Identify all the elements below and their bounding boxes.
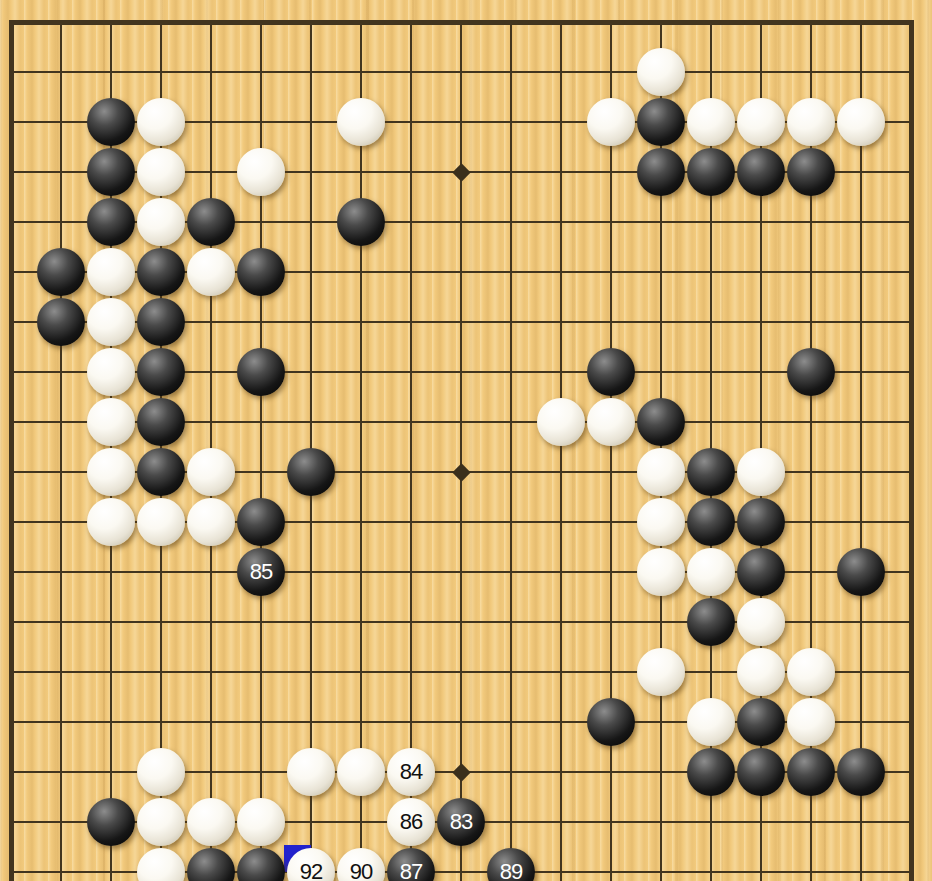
stone-black [137,298,185,346]
move-number-label: 89 [500,861,522,881]
stone-black [87,98,135,146]
stone-black [137,448,185,496]
stone-black [737,548,785,596]
stone-white [137,148,185,196]
stone-black [687,148,735,196]
stone-black [137,348,185,396]
stone-black: 85 [237,548,285,596]
stone-black [137,248,185,296]
stone-white [187,248,235,296]
stone-black [737,148,785,196]
stone-white [637,648,685,696]
stone-white: 84 [387,748,435,796]
stone-white [187,498,235,546]
move-number-label: 92 [300,861,322,881]
stone-white [737,98,785,146]
stone-white [87,348,135,396]
stone-black [87,148,135,196]
stone-black [37,298,85,346]
stone-black [637,98,685,146]
stone-black [787,348,835,396]
stone-white: 90 [337,848,385,881]
stone-black [237,848,285,881]
stone-white [687,98,735,146]
stone-black [587,698,635,746]
stone-black [687,598,735,646]
stone-black [37,248,85,296]
stone-black [137,398,185,446]
stone-white [737,648,785,696]
stone-white [537,398,585,446]
grid-line-vertical [460,20,463,881]
go-board[interactable]: 8584868392908789 [0,0,932,881]
stone-white [137,748,185,796]
grid-line-vertical [610,20,613,881]
stone-white [737,448,785,496]
stone-white [637,48,685,96]
stone-white [187,798,235,846]
stone-white [87,298,135,346]
stone-black [837,548,885,596]
star-point [452,163,470,181]
grid-line-vertical [909,20,914,881]
star-point [452,463,470,481]
stone-white [237,798,285,846]
stone-black [687,748,735,796]
stone-black [237,248,285,296]
grid-line-vertical [560,20,563,881]
stone-black [87,798,135,846]
stone-black [637,148,685,196]
stone-white [137,198,185,246]
stone-white [687,548,735,596]
stone-white [337,748,385,796]
stone-black [787,148,835,196]
stone-white [87,448,135,496]
stone-white [137,798,185,846]
grid-line-vertical [60,20,63,881]
stone-white [87,498,135,546]
stone-white [87,248,135,296]
stone-white [587,398,635,446]
stone-white: 86 [387,798,435,846]
move-number-label: 85 [250,561,272,583]
stone-white [137,498,185,546]
stone-black [787,748,835,796]
stone-white [637,548,685,596]
stone-black [737,498,785,546]
stone-white [137,848,185,881]
stone-black [337,198,385,246]
stone-white [137,98,185,146]
stone-white [287,748,335,796]
stone-black [237,498,285,546]
stone-black: 83 [437,798,485,846]
grid-line-vertical [510,20,513,881]
stone-white [837,98,885,146]
stone-black [737,748,785,796]
move-number-label: 84 [400,761,422,783]
stone-white [87,398,135,446]
stone-black [837,748,885,796]
stone-white [787,98,835,146]
stone-white [637,498,685,546]
stone-white [187,448,235,496]
star-point [452,763,470,781]
stone-black [587,348,635,396]
stone-black [187,198,235,246]
stone-black [237,348,285,396]
grid-line-horizontal [9,71,914,74]
stone-white [687,698,735,746]
move-number-label: 86 [400,811,422,833]
stone-white [737,598,785,646]
stone-black [637,398,685,446]
stone-black [737,698,785,746]
stone-black: 89 [487,848,535,881]
move-number-label: 90 [350,861,372,881]
stone-white [787,698,835,746]
move-number-label: 83 [450,811,472,833]
move-number-label: 87 [400,861,422,881]
grid-line-vertical [9,20,14,881]
stone-white [587,98,635,146]
stone-black: 87 [387,848,435,881]
stone-white [637,448,685,496]
stone-black [187,848,235,881]
stone-white [337,98,385,146]
stone-black [687,498,735,546]
stone-black [687,448,735,496]
stone-white [787,648,835,696]
stone-black [87,198,135,246]
stone-black [287,448,335,496]
stone-white [237,148,285,196]
grid-line-horizontal [9,20,914,25]
